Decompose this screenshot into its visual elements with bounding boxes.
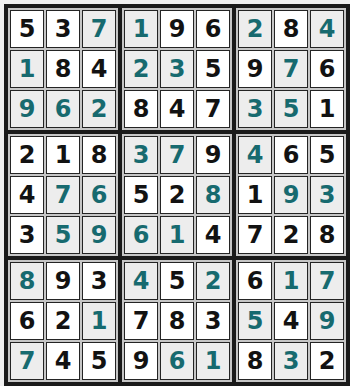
cell-r5c9[interactable]: 3: [310, 176, 344, 214]
cell-r4c1[interactable]: 2: [10, 136, 44, 174]
cell-r3c2[interactable]: 6: [46, 90, 80, 128]
cell-r9c4[interactable]: 9: [124, 342, 158, 380]
cell-r3c5[interactable]: 4: [160, 90, 194, 128]
cell-r9c2[interactable]: 4: [46, 342, 80, 380]
cell-r8c6[interactable]: 3: [196, 302, 230, 340]
cell-r3c3[interactable]: 2: [82, 90, 116, 128]
cell-r4c2[interactable]: 1: [46, 136, 80, 174]
cell-r2c5[interactable]: 3: [160, 50, 194, 88]
cell-r2c1[interactable]: 1: [10, 50, 44, 88]
cell-r1c1[interactable]: 5: [10, 10, 44, 48]
cell-r4c4[interactable]: 3: [124, 136, 158, 174]
cell-r4c9[interactable]: 5: [310, 136, 344, 174]
cell-r6c3[interactable]: 9: [82, 216, 116, 254]
cell-r7c4[interactable]: 4: [124, 262, 158, 300]
cell-r2c3[interactable]: 4: [82, 50, 116, 88]
cell-r7c6[interactable]: 2: [196, 262, 230, 300]
cell-r8c9[interactable]: 9: [310, 302, 344, 340]
cell-r2c7[interactable]: 9: [238, 50, 272, 88]
cell-r5c1[interactable]: 4: [10, 176, 44, 214]
cell-r6c5[interactable]: 1: [160, 216, 194, 254]
cell-r5c8[interactable]: 9: [274, 176, 308, 214]
cell-r7c5[interactable]: 5: [160, 262, 194, 300]
cell-r7c7[interactable]: 6: [238, 262, 272, 300]
sudoku-box-9: 617549832: [235, 259, 347, 383]
cell-r1c2[interactable]: 3: [46, 10, 80, 48]
cell-r9c3[interactable]: 5: [82, 342, 116, 380]
cell-r9c1[interactable]: 7: [10, 342, 44, 380]
cell-r2c2[interactable]: 8: [46, 50, 80, 88]
cell-r7c8[interactable]: 1: [274, 262, 308, 300]
cell-r1c7[interactable]: 2: [238, 10, 272, 48]
sudoku-box-2: 196235847: [121, 7, 233, 131]
cell-r2c9[interactable]: 6: [310, 50, 344, 88]
cell-r8c1[interactable]: 6: [10, 302, 44, 340]
cell-r7c1[interactable]: 8: [10, 262, 44, 300]
cell-r3c8[interactable]: 5: [274, 90, 308, 128]
cell-r1c9[interactable]: 4: [310, 10, 344, 48]
cell-r7c3[interactable]: 3: [82, 262, 116, 300]
cell-r8c8[interactable]: 4: [274, 302, 308, 340]
cell-r9c6[interactable]: 1: [196, 342, 230, 380]
cell-r9c5[interactable]: 6: [160, 342, 194, 380]
cell-r3c7[interactable]: 3: [238, 90, 272, 128]
sudoku-box-5: 379528614: [121, 133, 233, 257]
cell-r4c7[interactable]: 4: [238, 136, 272, 174]
sudoku-board: 5371849621962358472849763512184763593795…: [4, 4, 350, 386]
sudoku-box-7: 893621745: [7, 259, 119, 383]
cell-r9c8[interactable]: 3: [274, 342, 308, 380]
cell-r8c5[interactable]: 8: [160, 302, 194, 340]
cell-r3c9[interactable]: 1: [310, 90, 344, 128]
cell-r2c8[interactable]: 7: [274, 50, 308, 88]
cell-r5c5[interactable]: 2: [160, 176, 194, 214]
cell-r5c3[interactable]: 6: [82, 176, 116, 214]
cell-r1c3[interactable]: 7: [82, 10, 116, 48]
cell-r5c6[interactable]: 8: [196, 176, 230, 214]
cell-r7c9[interactable]: 7: [310, 262, 344, 300]
cell-r6c9[interactable]: 8: [310, 216, 344, 254]
cell-r6c1[interactable]: 3: [10, 216, 44, 254]
cell-r2c6[interactable]: 5: [196, 50, 230, 88]
cell-r8c3[interactable]: 1: [82, 302, 116, 340]
sudoku-box-8: 452783961: [121, 259, 233, 383]
cell-r1c5[interactable]: 9: [160, 10, 194, 48]
cell-r8c2[interactable]: 2: [46, 302, 80, 340]
cell-r3c4[interactable]: 8: [124, 90, 158, 128]
cell-r6c8[interactable]: 2: [274, 216, 308, 254]
cell-r4c5[interactable]: 7: [160, 136, 194, 174]
cell-r3c6[interactable]: 7: [196, 90, 230, 128]
cell-r6c7[interactable]: 7: [238, 216, 272, 254]
cell-r2c4[interactable]: 2: [124, 50, 158, 88]
cell-r8c4[interactable]: 7: [124, 302, 158, 340]
cell-r5c4[interactable]: 5: [124, 176, 158, 214]
sudoku-box-3: 284976351: [235, 7, 347, 131]
sudoku-box-4: 218476359: [7, 133, 119, 257]
cell-r8c7[interactable]: 5: [238, 302, 272, 340]
cell-r4c8[interactable]: 6: [274, 136, 308, 174]
cell-r5c7[interactable]: 1: [238, 176, 272, 214]
cell-r4c3[interactable]: 8: [82, 136, 116, 174]
cell-r4c6[interactable]: 9: [196, 136, 230, 174]
sudoku-box-6: 465193728: [235, 133, 347, 257]
sudoku-box-1: 537184962: [7, 7, 119, 131]
cell-r6c6[interactable]: 4: [196, 216, 230, 254]
cell-r1c4[interactable]: 1: [124, 10, 158, 48]
cell-r9c9[interactable]: 2: [310, 342, 344, 380]
cell-r6c2[interactable]: 5: [46, 216, 80, 254]
cell-r7c2[interactable]: 9: [46, 262, 80, 300]
cell-r1c6[interactable]: 6: [196, 10, 230, 48]
cell-r3c1[interactable]: 9: [10, 90, 44, 128]
cell-r6c4[interactable]: 6: [124, 216, 158, 254]
cell-r1c8[interactable]: 8: [274, 10, 308, 48]
cell-r5c2[interactable]: 7: [46, 176, 80, 214]
cell-r9c7[interactable]: 8: [238, 342, 272, 380]
